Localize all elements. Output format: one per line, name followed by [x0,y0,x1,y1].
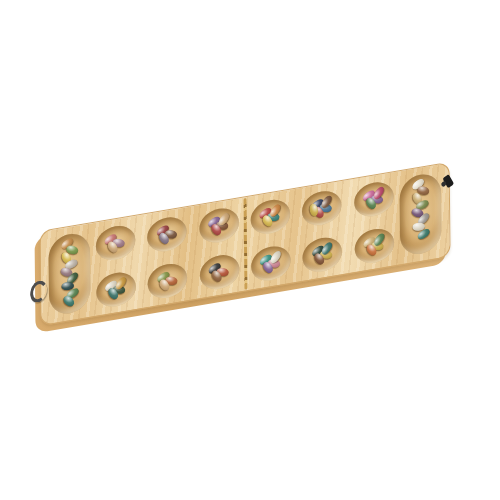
pit-top-1[interactable] [96,222,136,262]
stone [114,275,128,291]
stone [372,231,386,247]
board-perspective-wrapper [39,162,450,327]
pit-top-2[interactable] [147,214,187,254]
pit-bottom-1[interactable] [96,269,136,309]
pit-top-5[interactable] [302,188,342,228]
right-latch-clasp-icon [442,174,454,188]
stone [371,185,385,201]
left-latch-clasp-icon [28,280,49,302]
stone [216,211,230,227]
mancala-board [39,162,450,327]
pit-bottom-4[interactable] [251,243,291,283]
pit-top-3[interactable] [199,205,239,245]
pit-bottom-6[interactable] [354,225,394,265]
stone [269,249,283,265]
right-store-pit[interactable] [399,171,441,257]
pit-top-6[interactable] [354,179,394,219]
pit-bottom-5[interactable] [303,234,343,274]
product-photo-stage [0,0,500,500]
pit-bottom-2[interactable] [148,260,188,300]
pit-top-4[interactable] [251,196,291,236]
pit-bottom-3[interactable] [200,252,240,292]
stone [268,202,282,218]
left-store-pit[interactable] [48,231,90,317]
